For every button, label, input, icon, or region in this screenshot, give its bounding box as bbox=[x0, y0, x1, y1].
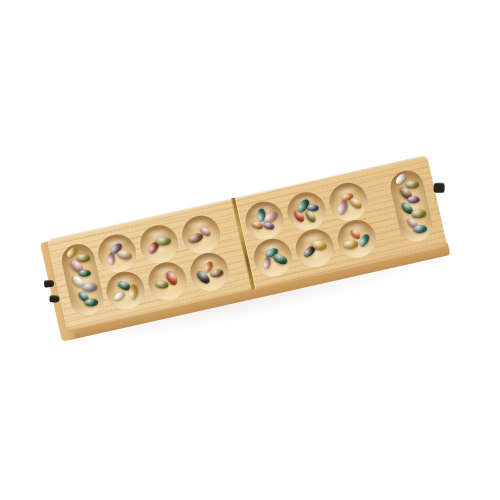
pit-bottom-3[interactable] bbox=[187, 249, 232, 294]
stone-dark-green bbox=[78, 269, 91, 277]
stone-tan bbox=[116, 249, 133, 261]
pit-bottom-5[interactable] bbox=[292, 226, 337, 271]
pit-top-3[interactable] bbox=[178, 212, 223, 257]
left-latch-hook-icon bbox=[49, 295, 59, 303]
stone-olive bbox=[155, 280, 169, 289]
product-photo bbox=[0, 0, 500, 500]
stone-dark-green bbox=[84, 298, 98, 307]
stone-pink bbox=[262, 257, 271, 270]
pit-top-4[interactable] bbox=[242, 198, 287, 243]
right-latch-clasp-icon bbox=[433, 183, 444, 193]
pit-top-1[interactable] bbox=[94, 231, 139, 276]
stone-black bbox=[195, 269, 212, 286]
stone-amber bbox=[348, 196, 363, 211]
pit-bottom-6[interactable] bbox=[334, 216, 379, 261]
stone-amber bbox=[128, 284, 138, 300]
right-store bbox=[387, 168, 435, 245]
stone-purple bbox=[262, 221, 275, 231]
pit-top-6[interactable] bbox=[326, 179, 371, 224]
pit-bottom-1[interactable] bbox=[103, 268, 148, 313]
stone-pink bbox=[108, 253, 115, 265]
stone-olive bbox=[304, 209, 318, 225]
stone-cream bbox=[113, 290, 127, 302]
stone-dark-green bbox=[272, 252, 290, 267]
pit-bottom-2[interactable] bbox=[145, 259, 190, 304]
stone-amber bbox=[343, 239, 359, 249]
stone-olive bbox=[156, 236, 172, 245]
stone-brown bbox=[209, 268, 224, 278]
pit-bottom-4[interactable] bbox=[250, 235, 295, 280]
stone-teal bbox=[412, 225, 426, 234]
pit-top-5[interactable] bbox=[284, 189, 329, 234]
stone-grey bbox=[82, 283, 98, 292]
stone-purple bbox=[407, 196, 420, 204]
stone-pink bbox=[336, 199, 350, 216]
pit-top-2[interactable] bbox=[136, 222, 181, 267]
stone-olive bbox=[410, 209, 426, 218]
